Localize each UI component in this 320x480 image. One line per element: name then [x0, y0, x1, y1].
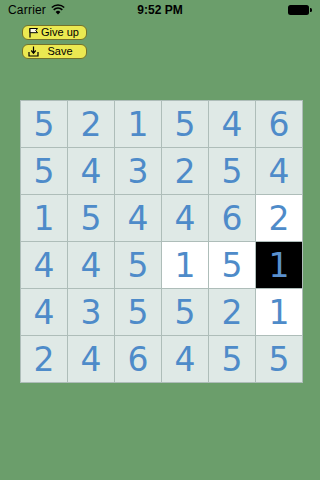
- save-icon: [28, 46, 39, 57]
- grid-cell-r3c5[interactable]: 6: [209, 195, 255, 241]
- grid-cell-r3c4[interactable]: 4: [162, 195, 208, 241]
- game-board: 521546543254154462445151435521246455: [20, 100, 303, 383]
- grid-cell-r4c5[interactable]: 5: [209, 242, 255, 288]
- grid-cell-r1c6[interactable]: 6: [256, 101, 302, 147]
- grid-cell-r4c3[interactable]: 5: [115, 242, 161, 288]
- grid-cell-r5c5[interactable]: 2: [209, 289, 255, 335]
- grid-cell-r3c6[interactable]: 2: [256, 195, 302, 241]
- battery-icon: [288, 5, 312, 15]
- grid-cell-r2c3[interactable]: 3: [115, 148, 161, 194]
- grid-cell-r4c6[interactable]: 1: [256, 242, 302, 288]
- grid-cell-r2c4[interactable]: 2: [162, 148, 208, 194]
- grid-cell-r6c5[interactable]: 5: [209, 336, 255, 382]
- grid-cell-r2c2[interactable]: 4: [68, 148, 114, 194]
- grid-cell-r2c6[interactable]: 4: [256, 148, 302, 194]
- grid-cell-r1c4[interactable]: 5: [162, 101, 208, 147]
- grid-cell-r4c1[interactable]: 4: [21, 242, 67, 288]
- grid-cell-r5c3[interactable]: 5: [115, 289, 161, 335]
- grid-cell-r1c2[interactable]: 2: [68, 101, 114, 147]
- give-up-label: Give up: [39, 26, 81, 39]
- grid-cell-r1c1[interactable]: 5: [21, 101, 67, 147]
- give-up-button[interactable]: Give up: [22, 25, 87, 40]
- grid-cell-r1c5[interactable]: 4: [209, 101, 255, 147]
- grid-cell-r3c3[interactable]: 4: [115, 195, 161, 241]
- grid-cell-r6c6[interactable]: 5: [256, 336, 302, 382]
- grid-cell-r6c2[interactable]: 4: [68, 336, 114, 382]
- grid-cell-r3c1[interactable]: 1: [21, 195, 67, 241]
- grid-cell-r6c4[interactable]: 4: [162, 336, 208, 382]
- grid-cell-r5c4[interactable]: 5: [162, 289, 208, 335]
- grid-cell-r1c3[interactable]: 1: [115, 101, 161, 147]
- flag-icon: [28, 27, 39, 38]
- grid-cell-r5c2[interactable]: 3: [68, 289, 114, 335]
- grid-cell-r3c2[interactable]: 5: [68, 195, 114, 241]
- status-bar: Carrier 9:52 PM: [0, 0, 320, 20]
- time-label: 9:52 PM: [0, 3, 320, 17]
- grid-cell-r2c1[interactable]: 5: [21, 148, 67, 194]
- save-button[interactable]: Save: [22, 44, 87, 59]
- grid-cell-r6c1[interactable]: 2: [21, 336, 67, 382]
- grid-cell-r5c6[interactable]: 1: [256, 289, 302, 335]
- save-label: Save: [39, 45, 81, 58]
- grid-cell-r4c2[interactable]: 4: [68, 242, 114, 288]
- grid-cell-r4c4[interactable]: 1: [162, 242, 208, 288]
- grid-cell-r2c5[interactable]: 5: [209, 148, 255, 194]
- grid-cell-r5c1[interactable]: 4: [21, 289, 67, 335]
- grid-cell-r6c3[interactable]: 6: [115, 336, 161, 382]
